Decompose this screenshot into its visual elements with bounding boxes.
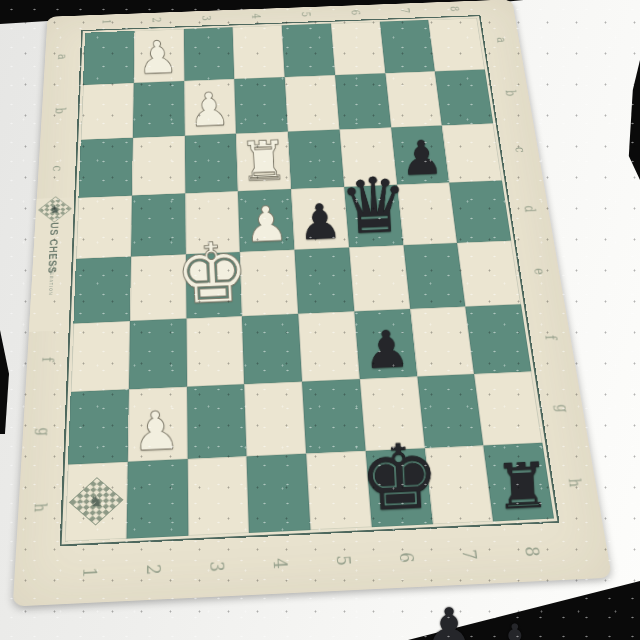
captured-black-pawn-2[interactable]: ♟ (496, 619, 534, 640)
label-bottom-2-text: 2 (143, 564, 165, 576)
captured-black-pawn-1[interactable]: ♟ (424, 601, 474, 640)
label-top-2-text: 2 (150, 17, 164, 23)
label-bottom-4-text: 4 (270, 558, 292, 570)
square-a4[interactable] (233, 25, 285, 79)
label-top-7-text: 7 (398, 8, 413, 14)
square-h6[interactable]: ♚ (365, 448, 432, 527)
square-h3[interactable] (187, 456, 249, 536)
label-bottom-2: 2 (122, 540, 186, 599)
square-e3[interactable]: ♚ (185, 252, 242, 319)
label-bottom-8: 8 (498, 523, 569, 581)
label-top-6-text: 6 (348, 10, 362, 16)
label-bottom-1-text: 1 (79, 567, 101, 579)
label-right-e-text: e (531, 268, 549, 275)
square-g3[interactable] (187, 384, 247, 459)
square-b2[interactable] (133, 81, 185, 138)
label-right-d-text: d (521, 205, 538, 213)
square-b1[interactable] (81, 83, 134, 140)
label-left-a-text: a (55, 54, 70, 60)
label-bottom-5: 5 (311, 532, 378, 591)
square-g4[interactable] (244, 382, 306, 457)
square-c4[interactable]: ♜ (236, 132, 291, 192)
white-rook-c4[interactable]: ♜ (238, 133, 289, 189)
label-bottom-1: 1 (57, 543, 122, 602)
square-g1[interactable] (68, 389, 129, 464)
square-d8[interactable] (449, 180, 511, 242)
square-a7[interactable] (380, 20, 435, 73)
label-right-g-text: g (553, 404, 572, 413)
square-f1[interactable] (71, 321, 130, 392)
square-b5[interactable] (285, 75, 340, 131)
white-pawn-d4[interactable]: ♟ (243, 200, 289, 250)
square-a1[interactable] (83, 31, 134, 85)
label-bottom-8-text: 8 (521, 546, 544, 558)
square-b3[interactable]: ♟ (184, 79, 236, 136)
label-top-5-text: 5 (299, 11, 313, 17)
label-right-a-text: a (494, 37, 510, 43)
square-h4[interactable] (247, 454, 311, 533)
label-left-c: c (37, 138, 77, 198)
square-h1[interactable]: ♞ (65, 462, 128, 542)
label-left-b-text: b (52, 108, 68, 115)
label-bottom-3: 3 (185, 537, 250, 596)
square-g8[interactable] (474, 372, 542, 446)
label-left-f: f (25, 325, 69, 396)
square-a8[interactable] (428, 18, 485, 71)
playing-area-frame: ♟♟♜♟♟♟♛♚♟♟♞♚♜ (60, 15, 560, 546)
label-bottom-5-text: 5 (333, 555, 355, 567)
square-f3[interactable] (186, 316, 244, 387)
square-g2[interactable]: ♟ (128, 387, 188, 462)
square-e7[interactable] (403, 243, 465, 309)
black-pawn-f6[interactable]: ♟ (363, 324, 411, 377)
black-king-h6[interactable]: ♚ (357, 432, 441, 525)
square-f5[interactable] (298, 311, 359, 381)
us-chess-federation-logo: ♞ US CHESS FEDERATION (29, 197, 74, 332)
square-g5[interactable] (302, 379, 365, 454)
label-right-f-text: f (542, 335, 560, 340)
label-bottom-6-text: 6 (396, 552, 419, 564)
background-shadow-left (0, 330, 9, 434)
square-d6[interactable]: ♛ (344, 185, 403, 248)
square-d1[interactable] (76, 196, 132, 259)
knight-icon: ♞ (43, 200, 66, 218)
label-left-h-text: h (30, 503, 49, 513)
square-e1[interactable] (73, 257, 130, 324)
square-f7[interactable] (410, 307, 474, 377)
label-top-4-text: 4 (249, 13, 263, 19)
uschess-corner-emblem: ♞ (71, 478, 123, 524)
square-b8[interactable] (435, 69, 493, 125)
label-right-h-text: h (565, 478, 585, 488)
label-bottom-3-text: 3 (206, 561, 228, 573)
vinyl-chess-mat: 12345678 12345678 abcdefgh abcdefgh ♟♟♜♟… (13, 0, 612, 607)
label-left-a: a (44, 30, 82, 84)
label-bottom-6: 6 (373, 529, 441, 587)
square-a2[interactable]: ♟ (134, 29, 184, 83)
label-bottom-4: 4 (248, 534, 314, 593)
white-pawn-a2[interactable]: ♟ (136, 35, 179, 81)
square-b6[interactable] (335, 73, 391, 129)
square-f8[interactable] (466, 304, 532, 374)
white-pawn-g2[interactable]: ♟ (131, 404, 181, 459)
square-a3[interactable] (184, 27, 235, 81)
label-left-h: h (16, 468, 63, 549)
square-c3[interactable] (184, 134, 238, 194)
black-rook-h8[interactable]: ♜ (493, 454, 551, 519)
label-left-c-text: c (49, 165, 65, 171)
square-e5[interactable] (295, 247, 355, 313)
label-top-8-text: 8 (447, 6, 462, 12)
background-shadow-right (624, 60, 640, 180)
square-e8[interactable] (457, 241, 521, 307)
square-c5[interactable] (288, 130, 344, 189)
square-h8[interactable]: ♜ (484, 443, 555, 522)
label-top-3-text: 3 (199, 15, 213, 21)
square-b4[interactable] (234, 77, 287, 134)
knight-icon: ♞ (78, 484, 116, 518)
white-king-e3[interactable]: ♚ (173, 232, 251, 317)
square-b7[interactable] (385, 71, 442, 127)
square-a6[interactable] (331, 22, 385, 76)
black-queen-d6[interactable]: ♛ (338, 167, 410, 246)
chessboard-photo-scene: 12345678 12345678 abcdefgh abcdefgh ♟♟♜♟… (0, 0, 640, 640)
label-left-b: b (40, 83, 79, 140)
label-right-c-text: c (511, 146, 528, 152)
label-bottom-7-text: 7 (458, 549, 481, 561)
square-c2[interactable] (132, 136, 185, 196)
square-h2[interactable] (126, 459, 188, 539)
label-left-d-text: d (46, 225, 63, 233)
white-pawn-b3[interactable]: ♟ (187, 86, 231, 134)
square-f2[interactable] (129, 319, 187, 390)
square-f4[interactable] (242, 314, 302, 384)
board-grid: ♟♟♜♟♟♟♛♚♟♟♞♚♜ (65, 18, 554, 542)
label-left-e-text: e (42, 288, 59, 296)
label-left-g-text: g (35, 427, 53, 436)
square-f6[interactable]: ♟ (354, 309, 417, 379)
label-bottom-7: 7 (435, 526, 504, 584)
square-a5[interactable] (282, 23, 335, 77)
label-top-1-text: 1 (99, 19, 113, 25)
label-right-b-text: b (502, 90, 518, 97)
label-left-g: g (21, 394, 66, 470)
square-c8[interactable] (442, 123, 502, 182)
label-left-f-text: f (39, 357, 57, 362)
square-e6[interactable] (349, 245, 410, 311)
black-pawn-d5[interactable]: ♟ (298, 197, 344, 247)
square-c1[interactable] (78, 138, 132, 198)
